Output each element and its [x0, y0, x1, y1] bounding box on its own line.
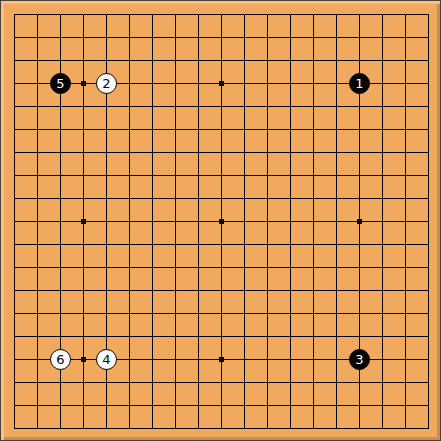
stone-5-black-C16: 5 [50, 73, 71, 94]
stone-3-black-Q4: 3 [349, 349, 370, 370]
move-number: 2 [102, 77, 110, 90]
move-number: 5 [56, 77, 64, 90]
move-number: 4 [102, 353, 110, 366]
stone-4-white-E4: 4 [96, 349, 117, 370]
move-number: 6 [56, 353, 64, 366]
stones-layer: 123456 [1, 1, 440, 440]
stone-6-white-C4: 6 [50, 349, 71, 370]
move-number: 3 [355, 353, 363, 366]
move-number: 1 [355, 77, 363, 90]
stone-2-white-E16: 2 [96, 73, 117, 94]
stone-1-black-Q16: 1 [349, 73, 370, 94]
go-board[interactable]: 123456 [0, 0, 441, 441]
